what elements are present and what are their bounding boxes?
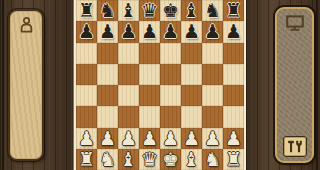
square-b2[interactable]: ♟ (97, 128, 118, 149)
square-g3[interactable] (202, 106, 223, 127)
square-c3[interactable] (118, 106, 139, 127)
square-h8[interactable]: ♜ (223, 0, 244, 21)
white-bishop: ♝ (120, 150, 137, 169)
square-a4[interactable] (76, 85, 97, 106)
square-g5[interactable] (202, 64, 223, 85)
square-c8[interactable]: ♝ (118, 0, 139, 21)
white-pawn: ♟ (78, 129, 95, 148)
square-b3[interactable] (97, 106, 118, 127)
square-b6[interactable] (97, 43, 118, 64)
left-wood-panel (0, 0, 74, 170)
square-a1[interactable]: ♜ (76, 149, 97, 170)
square-g4[interactable] (202, 85, 223, 106)
black-pawn: ♟ (183, 22, 200, 41)
square-d7[interactable]: ♟ (139, 21, 160, 42)
square-f1[interactable]: ♝ (181, 149, 202, 170)
square-d2[interactable]: ♟ (139, 128, 160, 149)
square-h7[interactable]: ♟ (223, 21, 244, 42)
white-pawn: ♟ (204, 129, 221, 148)
white-pawn: ♟ (99, 129, 116, 148)
white-king: ♚ (162, 150, 179, 169)
computer-player-tray[interactable] (275, 7, 314, 163)
square-b1[interactable]: ♞ (97, 149, 118, 170)
white-pawn: ♟ (183, 129, 200, 148)
black-pawn: ♟ (141, 22, 158, 41)
black-king: ♚ (162, 1, 179, 20)
white-pawn: ♟ (120, 129, 137, 148)
square-f2[interactable]: ♟ (181, 128, 202, 149)
square-g1[interactable]: ♞ (202, 149, 223, 170)
square-b4[interactable] (97, 85, 118, 106)
square-f7[interactable]: ♟ (181, 21, 202, 42)
square-e3[interactable] (160, 106, 181, 127)
black-rook: ♜ (225, 1, 242, 20)
square-a3[interactable] (76, 106, 97, 127)
black-knight: ♞ (204, 1, 221, 20)
tools-button[interactable] (283, 136, 307, 157)
black-knight: ♞ (99, 1, 116, 20)
white-pawn: ♟ (225, 129, 242, 148)
square-e4[interactable] (160, 85, 181, 106)
black-pawn: ♟ (225, 22, 242, 41)
white-pawn: ♟ (141, 129, 158, 148)
square-g7[interactable]: ♟ (202, 21, 223, 42)
square-c1[interactable]: ♝ (118, 149, 139, 170)
square-b5[interactable] (97, 64, 118, 85)
white-queen: ♛ (141, 150, 158, 169)
white-pawn: ♟ (162, 129, 179, 148)
square-c4[interactable] (118, 85, 139, 106)
black-pawn: ♟ (120, 22, 137, 41)
square-a7[interactable]: ♟ (76, 21, 97, 42)
square-h3[interactable] (223, 106, 244, 127)
black-pawn: ♟ (78, 22, 95, 41)
square-f5[interactable] (181, 64, 202, 85)
chess-board: ♜♞♝♛♚♝♞♜♟♟♟♟♟♟♟♟♟♟♟♟♟♟♟♟♜♞♝♛♚♝♞♜ (74, 0, 246, 170)
square-h1[interactable]: ♜ (223, 149, 244, 170)
square-b8[interactable]: ♞ (97, 0, 118, 21)
square-a2[interactable]: ♟ (76, 128, 97, 149)
square-f8[interactable]: ♝ (181, 0, 202, 21)
black-bishop: ♝ (120, 1, 137, 20)
square-e6[interactable] (160, 43, 181, 64)
square-h5[interactable] (223, 64, 244, 85)
square-c6[interactable] (118, 43, 139, 64)
tools-icon (287, 140, 303, 153)
square-c2[interactable]: ♟ (118, 128, 139, 149)
square-b7[interactable]: ♟ (97, 21, 118, 42)
square-h2[interactable]: ♟ (223, 128, 244, 149)
black-pawn: ♟ (99, 22, 116, 41)
square-h6[interactable] (223, 43, 244, 64)
monitor-icon (285, 15, 305, 32)
square-d6[interactable] (139, 43, 160, 64)
white-knight: ♞ (99, 150, 116, 169)
square-d8[interactable]: ♛ (139, 0, 160, 21)
white-rook: ♜ (78, 150, 95, 169)
square-d5[interactable] (139, 64, 160, 85)
black-queen: ♛ (141, 1, 158, 20)
square-a5[interactable] (76, 64, 97, 85)
square-g8[interactable]: ♞ (202, 0, 223, 21)
human-player-tray[interactable] (8, 9, 44, 161)
black-pawn: ♟ (204, 22, 221, 41)
person-icon (18, 16, 35, 34)
square-f3[interactable] (181, 106, 202, 127)
square-h4[interactable] (223, 85, 244, 106)
square-a8[interactable]: ♜ (76, 0, 97, 21)
square-c7[interactable]: ♟ (118, 21, 139, 42)
white-bishop: ♝ (183, 150, 200, 169)
square-d1[interactable]: ♛ (139, 149, 160, 170)
square-e2[interactable]: ♟ (160, 128, 181, 149)
black-bishop: ♝ (183, 1, 200, 20)
square-e1[interactable]: ♚ (160, 149, 181, 170)
black-pawn: ♟ (162, 22, 179, 41)
square-g6[interactable] (202, 43, 223, 64)
square-e8[interactable]: ♚ (160, 0, 181, 21)
square-a6[interactable] (76, 43, 97, 64)
white-knight: ♞ (204, 150, 221, 169)
black-rook: ♜ (78, 1, 95, 20)
square-f4[interactable] (181, 85, 202, 106)
square-e7[interactable]: ♟ (160, 21, 181, 42)
chess-app: ♜♞♝♛♚♝♞♜♟♟♟♟♟♟♟♟♟♟♟♟♟♟♟♟♜♞♝♛♚♝♞♜ (0, 0, 320, 170)
square-d3[interactable] (139, 106, 160, 127)
square-g2[interactable]: ♟ (202, 128, 223, 149)
square-f6[interactable] (181, 43, 202, 64)
square-d4[interactable] (139, 85, 160, 106)
square-e5[interactable] (160, 64, 181, 85)
white-rook: ♜ (225, 150, 242, 169)
square-c5[interactable] (118, 64, 139, 85)
right-wood-panel (246, 0, 320, 170)
